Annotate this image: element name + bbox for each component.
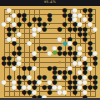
star-point [49,23,50,24]
tan-dot: ● [58,61,61,64]
go-board[interactable]: ●●●●●●●●●●●●●●●●●●●●●●●●●●●●●●●●●●●●●●●●… [0,6,100,98]
bottom-bar [0,98,100,100]
board-cells: ●●●●●●●●●●●●●●●●●●●●●●●●●●●●●●●●●●●●●●●●… [1,7,97,99]
winrate-text: 95.4% [44,1,56,5]
go-app-screen: 95.4% ●●●●●●●●●●●●●●●●●●●●●●●●●●●●●●●●●●… [0,0,100,100]
